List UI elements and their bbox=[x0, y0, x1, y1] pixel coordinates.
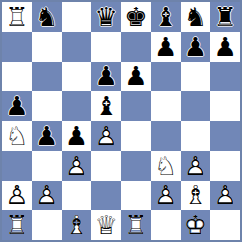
white-pawn-icon[interactable]: ♟♙ bbox=[5, 182, 28, 208]
white-king-icon[interactable]: ♚♔ bbox=[184, 212, 207, 238]
square-c4[interactable]: ♟ bbox=[62, 121, 92, 151]
square-c2[interactable] bbox=[62, 181, 92, 211]
square-g6[interactable] bbox=[181, 62, 211, 92]
black-knight-icon[interactable]: ♞ bbox=[35, 4, 58, 30]
square-e5[interactable] bbox=[121, 91, 151, 121]
square-g1[interactable]: ♚♔ bbox=[181, 210, 211, 240]
square-c8[interactable] bbox=[62, 2, 92, 32]
square-d3[interactable] bbox=[91, 151, 121, 181]
piece-outline: ♙ bbox=[154, 182, 177, 208]
square-a3[interactable] bbox=[2, 151, 32, 181]
square-b2[interactable]: ♟♙ bbox=[32, 181, 62, 211]
square-b5[interactable] bbox=[32, 91, 62, 121]
square-g3[interactable]: ♟♙ bbox=[181, 151, 211, 181]
white-bishop-icon[interactable]: ♝♗ bbox=[65, 212, 88, 238]
square-d1[interactable]: ♛♕ bbox=[91, 210, 121, 240]
white-pawn-icon[interactable]: ♟♙ bbox=[35, 182, 58, 208]
white-pawn-icon[interactable]: ♟♙ bbox=[94, 123, 117, 149]
black-pawn-icon[interactable]: ♟ bbox=[35, 123, 58, 149]
square-a2[interactable]: ♟♙ bbox=[2, 181, 32, 211]
piece-outline: ♙ bbox=[184, 153, 207, 179]
piece-outline: ♖ bbox=[5, 212, 28, 238]
square-h3[interactable] bbox=[210, 151, 240, 181]
black-pawn-icon[interactable]: ♟ bbox=[5, 93, 28, 119]
square-c5[interactable] bbox=[62, 91, 92, 121]
chess-board: ♜♖♞♛♚♝♞♜♟♟♟♟♟♟♝♞♘♟♟♟♙♟♙♞♘♟♙♟♙♟♙♟♙♝♗♟♙♜♖♝… bbox=[0, 0, 242, 242]
black-queen-icon[interactable]: ♛ bbox=[94, 4, 117, 30]
piece-outline: ♖ bbox=[5, 4, 28, 30]
piece-outline: ♔ bbox=[184, 212, 207, 238]
black-pawn-icon[interactable]: ♟ bbox=[124, 63, 147, 89]
square-h5[interactable] bbox=[210, 91, 240, 121]
square-g7[interactable]: ♟ bbox=[181, 32, 211, 62]
white-knight-icon[interactable]: ♞♘ bbox=[5, 123, 28, 149]
black-bishop-icon[interactable]: ♝ bbox=[94, 93, 117, 119]
square-f2[interactable]: ♟♙ bbox=[151, 181, 181, 211]
white-pawn-icon[interactable]: ♟♙ bbox=[154, 182, 177, 208]
square-a5[interactable]: ♟ bbox=[2, 91, 32, 121]
square-h1[interactable] bbox=[210, 210, 240, 240]
square-e4[interactable] bbox=[121, 121, 151, 151]
black-king-icon[interactable]: ♚ bbox=[124, 4, 147, 30]
piece-outline: ♗ bbox=[184, 182, 207, 208]
piece-outline: ♘ bbox=[5, 123, 28, 149]
square-b3[interactable] bbox=[32, 151, 62, 181]
piece-outline: ♙ bbox=[65, 153, 88, 179]
piece-outline: ♙ bbox=[5, 182, 28, 208]
white-queen-icon[interactable]: ♛♕ bbox=[94, 212, 117, 238]
white-rook-icon[interactable]: ♜♖ bbox=[5, 4, 28, 30]
square-f6[interactable] bbox=[151, 62, 181, 92]
square-a1[interactable]: ♜♖ bbox=[2, 210, 32, 240]
square-g4[interactable] bbox=[181, 121, 211, 151]
square-f7[interactable]: ♟ bbox=[151, 32, 181, 62]
square-c1[interactable]: ♝♗ bbox=[62, 210, 92, 240]
white-rook-icon[interactable]: ♜♖ bbox=[5, 212, 28, 238]
square-a7[interactable] bbox=[2, 32, 32, 62]
square-e6[interactable]: ♟ bbox=[121, 62, 151, 92]
square-e8[interactable]: ♚ bbox=[121, 2, 151, 32]
white-rook-icon[interactable]: ♜♖ bbox=[124, 212, 147, 238]
square-e2[interactable] bbox=[121, 181, 151, 211]
square-e3[interactable] bbox=[121, 151, 151, 181]
square-a4[interactable]: ♞♘ bbox=[2, 121, 32, 151]
square-f4[interactable] bbox=[151, 121, 181, 151]
square-c6[interactable] bbox=[62, 62, 92, 92]
square-f1[interactable] bbox=[151, 210, 181, 240]
square-b4[interactable]: ♟ bbox=[32, 121, 62, 151]
white-bishop-icon[interactable]: ♝♗ bbox=[184, 182, 207, 208]
black-bishop-icon[interactable]: ♝ bbox=[154, 4, 177, 30]
piece-outline: ♙ bbox=[35, 182, 58, 208]
white-knight-icon[interactable]: ♞♘ bbox=[154, 153, 177, 179]
square-h4[interactable] bbox=[210, 121, 240, 151]
square-b7[interactable] bbox=[32, 32, 62, 62]
square-a6[interactable] bbox=[2, 62, 32, 92]
piece-outline: ♗ bbox=[65, 212, 88, 238]
square-h7[interactable]: ♟ bbox=[210, 32, 240, 62]
black-pawn-icon[interactable]: ♟ bbox=[184, 34, 207, 60]
square-h2[interactable]: ♟♙ bbox=[210, 181, 240, 211]
square-d8[interactable]: ♛ bbox=[91, 2, 121, 32]
square-c7[interactable] bbox=[62, 32, 92, 62]
square-g8[interactable]: ♞ bbox=[181, 2, 211, 32]
square-b6[interactable] bbox=[32, 62, 62, 92]
square-d6[interactable]: ♟ bbox=[91, 62, 121, 92]
white-pawn-icon[interactable]: ♟♙ bbox=[184, 153, 207, 179]
square-b8[interactable]: ♞ bbox=[32, 2, 62, 32]
square-d5[interactable]: ♝ bbox=[91, 91, 121, 121]
square-a8[interactable]: ♜♖ bbox=[2, 2, 32, 32]
piece-outline: ♙ bbox=[94, 123, 117, 149]
square-d2[interactable] bbox=[91, 181, 121, 211]
square-c3[interactable]: ♟♙ bbox=[62, 151, 92, 181]
white-pawn-icon[interactable]: ♟♙ bbox=[213, 182, 236, 208]
black-pawn-icon[interactable]: ♟ bbox=[213, 34, 236, 60]
square-f3[interactable]: ♞♘ bbox=[151, 151, 181, 181]
square-d7[interactable] bbox=[91, 32, 121, 62]
square-f5[interactable] bbox=[151, 91, 181, 121]
square-g2[interactable]: ♝♗ bbox=[181, 181, 211, 211]
black-knight-icon[interactable]: ♞ bbox=[184, 4, 207, 30]
square-e1[interactable]: ♜♖ bbox=[121, 210, 151, 240]
black-rook-icon[interactable]: ♜ bbox=[213, 4, 236, 30]
piece-outline: ♘ bbox=[154, 153, 177, 179]
white-pawn-icon[interactable]: ♟♙ bbox=[65, 153, 88, 179]
square-f8[interactable]: ♝ bbox=[151, 2, 181, 32]
black-pawn-icon[interactable]: ♟ bbox=[65, 123, 88, 149]
square-h6[interactable] bbox=[210, 62, 240, 92]
black-pawn-icon[interactable]: ♟ bbox=[154, 34, 177, 60]
black-pawn-icon[interactable]: ♟ bbox=[94, 63, 117, 89]
piece-outline: ♙ bbox=[213, 182, 236, 208]
square-g5[interactable] bbox=[181, 91, 211, 121]
square-h8[interactable]: ♜ bbox=[210, 2, 240, 32]
square-d4[interactable]: ♟♙ bbox=[91, 121, 121, 151]
piece-outline: ♖ bbox=[124, 212, 147, 238]
square-e7[interactable] bbox=[121, 32, 151, 62]
square-b1[interactable] bbox=[32, 210, 62, 240]
piece-outline: ♕ bbox=[94, 212, 117, 238]
